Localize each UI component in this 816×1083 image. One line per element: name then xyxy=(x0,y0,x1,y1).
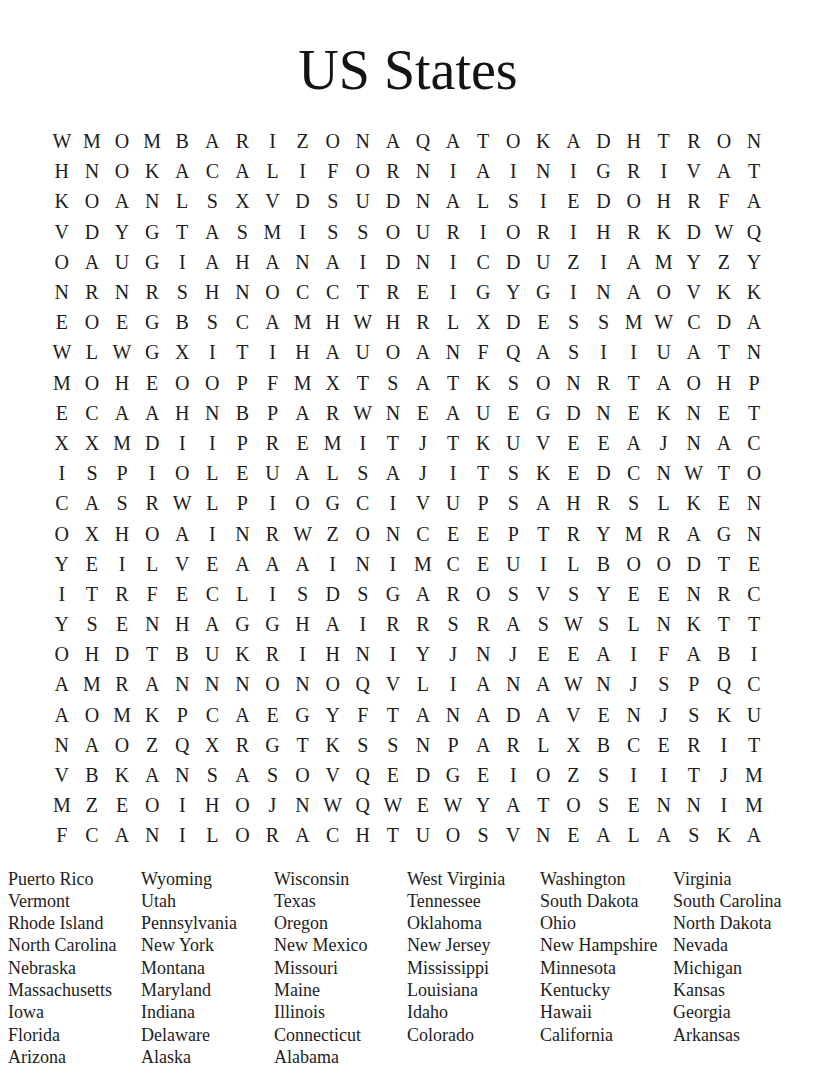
grid-cell[interactable]: A xyxy=(318,247,348,277)
grid-cell[interactable]: O xyxy=(649,277,679,307)
grid-cell[interactable]: M xyxy=(77,669,107,699)
grid-cell[interactable]: A xyxy=(47,669,77,699)
grid-cell[interactable]: N xyxy=(107,277,137,307)
grid-cell[interactable]: S xyxy=(77,458,107,488)
grid-cell[interactable]: R xyxy=(498,730,528,760)
grid-cell[interactable]: T xyxy=(739,730,769,760)
grid-cell[interactable]: D xyxy=(77,217,107,247)
grid-cell[interactable]: K xyxy=(709,700,739,730)
grid-cell[interactable]: L xyxy=(649,488,679,518)
grid-cell[interactable]: I xyxy=(558,156,588,186)
grid-cell[interactable]: I xyxy=(619,760,649,790)
grid-cell[interactable]: A xyxy=(528,488,558,518)
grid-cell[interactable]: D xyxy=(498,700,528,730)
grid-cell[interactable]: U xyxy=(408,820,438,850)
grid-cell[interactable]: T xyxy=(709,609,739,639)
grid-cell[interactable]: G xyxy=(378,579,408,609)
grid-cell[interactable]: A xyxy=(288,549,318,579)
grid-cell[interactable]: A xyxy=(107,398,137,428)
grid-cell[interactable]: N xyxy=(528,156,558,186)
grid-cell[interactable]: E xyxy=(378,760,408,790)
grid-cell[interactable]: L xyxy=(77,337,107,367)
grid-cell[interactable]: R xyxy=(438,217,468,247)
grid-cell[interactable]: M xyxy=(649,247,679,277)
grid-cell[interactable]: Y xyxy=(739,247,769,277)
grid-cell[interactable]: A xyxy=(679,337,709,367)
grid-cell[interactable]: E xyxy=(107,307,137,337)
grid-cell[interactable]: C xyxy=(438,549,468,579)
grid-cell[interactable]: C xyxy=(619,730,649,760)
grid-cell[interactable]: N xyxy=(679,790,709,820)
grid-cell[interactable]: I xyxy=(649,156,679,186)
grid-cell[interactable]: O xyxy=(47,247,77,277)
grid-cell[interactable]: R xyxy=(679,186,709,216)
grid-cell[interactable]: T xyxy=(468,126,498,156)
grid-cell[interactable]: N xyxy=(47,730,77,760)
grid-cell[interactable]: B xyxy=(167,307,197,337)
grid-cell[interactable]: G xyxy=(438,760,468,790)
grid-cell[interactable]: N xyxy=(679,398,709,428)
grid-cell[interactable]: M xyxy=(288,307,318,337)
grid-cell[interactable]: A xyxy=(137,669,167,699)
grid-cell[interactable]: S xyxy=(348,458,378,488)
grid-cell[interactable]: I xyxy=(47,458,77,488)
grid-cell[interactable]: A xyxy=(709,428,739,458)
grid-cell[interactable]: X xyxy=(77,428,107,458)
grid-cell[interactable]: A xyxy=(197,126,227,156)
grid-cell[interactable]: C xyxy=(408,518,438,548)
grid-cell[interactable]: B xyxy=(167,639,197,669)
grid-cell[interactable]: N xyxy=(739,488,769,518)
grid-cell[interactable]: A xyxy=(197,217,227,247)
grid-cell[interactable]: Y xyxy=(47,609,77,639)
grid-cell[interactable]: R xyxy=(438,579,468,609)
grid-cell[interactable]: Y xyxy=(408,639,438,669)
grid-cell[interactable]: O xyxy=(107,126,137,156)
grid-cell[interactable]: R xyxy=(378,156,408,186)
grid-cell[interactable]: I xyxy=(257,337,287,367)
grid-cell[interactable]: U xyxy=(739,700,769,730)
grid-cell[interactable]: M xyxy=(47,790,77,820)
grid-cell[interactable]: E xyxy=(227,458,257,488)
grid-cell[interactable]: P xyxy=(167,700,197,730)
grid-cell[interactable]: M xyxy=(47,368,77,398)
grid-cell[interactable]: H xyxy=(709,368,739,398)
grid-cell[interactable]: A xyxy=(739,307,769,337)
grid-cell[interactable]: H xyxy=(167,609,197,639)
grid-cell[interactable]: X xyxy=(47,428,77,458)
grid-cell[interactable]: M xyxy=(619,518,649,548)
grid-cell[interactable]: T xyxy=(709,458,739,488)
grid-cell[interactable]: R xyxy=(137,488,167,518)
grid-cell[interactable]: P xyxy=(227,488,257,518)
grid-cell[interactable]: P xyxy=(227,368,257,398)
grid-cell[interactable]: K xyxy=(709,277,739,307)
grid-cell[interactable]: S xyxy=(167,277,197,307)
grid-cell[interactable]: Q xyxy=(739,217,769,247)
grid-cell[interactable]: Y xyxy=(107,217,137,247)
grid-cell[interactable]: E xyxy=(468,760,498,790)
grid-cell[interactable]: W xyxy=(47,126,77,156)
grid-cell[interactable]: A xyxy=(438,186,468,216)
grid-cell[interactable]: D xyxy=(378,247,408,277)
grid-cell[interactable]: E xyxy=(107,609,137,639)
grid-cell[interactable]: N xyxy=(408,156,438,186)
grid-cell[interactable]: A xyxy=(498,790,528,820)
grid-cell[interactable]: E xyxy=(619,579,649,609)
grid-cell[interactable]: I xyxy=(558,277,588,307)
grid-cell[interactable]: I xyxy=(438,247,468,277)
grid-cell[interactable]: G xyxy=(528,277,558,307)
grid-cell[interactable]: A xyxy=(649,820,679,850)
grid-cell[interactable]: N xyxy=(588,398,618,428)
grid-cell[interactable]: A xyxy=(528,700,558,730)
grid-cell[interactable]: G xyxy=(257,609,287,639)
grid-cell[interactable]: R xyxy=(227,126,257,156)
grid-cell[interactable]: Z xyxy=(318,518,348,548)
grid-cell[interactable]: I xyxy=(528,549,558,579)
grid-cell[interactable]: E xyxy=(558,428,588,458)
grid-cell[interactable]: Z xyxy=(288,126,318,156)
grid-cell[interactable]: R xyxy=(227,730,257,760)
grid-cell[interactable]: D xyxy=(679,549,709,579)
grid-cell[interactable]: R xyxy=(137,277,167,307)
grid-cell[interactable]: J xyxy=(408,428,438,458)
grid-cell[interactable]: D xyxy=(137,428,167,458)
grid-cell[interactable]: T xyxy=(378,700,408,730)
grid-cell[interactable]: O xyxy=(288,760,318,790)
grid-cell[interactable]: O xyxy=(498,126,528,156)
grid-cell[interactable]: V xyxy=(528,579,558,609)
grid-cell[interactable]: I xyxy=(257,579,287,609)
grid-cell[interactable]: E xyxy=(528,639,558,669)
grid-cell[interactable]: O xyxy=(528,368,558,398)
grid-cell[interactable]: G xyxy=(528,398,558,428)
grid-cell[interactable]: J xyxy=(408,458,438,488)
grid-cell[interactable]: O xyxy=(137,790,167,820)
grid-cell[interactable]: Y xyxy=(679,247,709,277)
grid-cell[interactable]: T xyxy=(468,458,498,488)
grid-cell[interactable]: S xyxy=(348,579,378,609)
grid-cell[interactable]: S xyxy=(588,760,618,790)
grid-cell[interactable]: R xyxy=(107,669,137,699)
grid-cell[interactable]: S xyxy=(558,579,588,609)
grid-cell[interactable]: L xyxy=(137,549,167,579)
grid-cell[interactable]: N xyxy=(167,760,197,790)
grid-cell[interactable]: Y xyxy=(318,700,348,730)
grid-cell[interactable]: E xyxy=(167,579,197,609)
grid-cell[interactable]: U xyxy=(468,398,498,428)
grid-cell[interactable]: R xyxy=(468,609,498,639)
grid-cell[interactable]: Q xyxy=(348,790,378,820)
grid-cell[interactable]: O xyxy=(739,458,769,488)
grid-cell[interactable]: E xyxy=(588,428,618,458)
grid-cell[interactable]: N xyxy=(588,669,618,699)
grid-cell[interactable]: H xyxy=(197,277,227,307)
grid-cell[interactable]: L xyxy=(558,549,588,579)
grid-cell[interactable]: N xyxy=(348,639,378,669)
grid-cell[interactable]: O xyxy=(498,217,528,247)
grid-cell[interactable]: D xyxy=(679,217,709,247)
grid-cell[interactable]: Z xyxy=(77,790,107,820)
grid-cell[interactable]: A xyxy=(167,156,197,186)
grid-cell[interactable]: M xyxy=(107,700,137,730)
grid-cell[interactable]: K xyxy=(739,277,769,307)
grid-cell[interactable]: I xyxy=(107,549,137,579)
grid-cell[interactable]: S xyxy=(588,307,618,337)
grid-cell[interactable]: Z xyxy=(558,760,588,790)
grid-cell[interactable]: V xyxy=(257,186,287,216)
grid-cell[interactable]: C xyxy=(288,277,318,307)
grid-cell[interactable]: A xyxy=(197,609,227,639)
grid-cell[interactable]: A xyxy=(47,700,77,730)
grid-cell[interactable]: S xyxy=(288,579,318,609)
grid-cell[interactable]: I xyxy=(588,337,618,367)
grid-cell[interactable]: N xyxy=(378,518,408,548)
grid-cell[interactable]: I xyxy=(438,156,468,186)
grid-cell[interactable]: T xyxy=(528,518,558,548)
grid-cell[interactable]: S xyxy=(348,730,378,760)
grid-cell[interactable]: S xyxy=(107,488,137,518)
grid-cell[interactable]: D xyxy=(588,458,618,488)
grid-cell[interactable]: I xyxy=(739,639,769,669)
grid-cell[interactable]: A xyxy=(257,247,287,277)
grid-cell[interactable]: S xyxy=(619,488,649,518)
grid-cell[interactable]: R xyxy=(679,730,709,760)
grid-cell[interactable]: A xyxy=(288,398,318,428)
grid-cell[interactable]: A xyxy=(77,730,107,760)
grid-cell[interactable]: I xyxy=(288,639,318,669)
grid-cell[interactable]: T xyxy=(739,609,769,639)
grid-cell[interactable]: A xyxy=(107,820,137,850)
grid-cell[interactable]: L xyxy=(619,820,649,850)
grid-cell[interactable]: N xyxy=(739,126,769,156)
grid-cell[interactable]: A xyxy=(197,247,227,277)
grid-cell[interactable]: N xyxy=(288,669,318,699)
grid-cell[interactable]: S xyxy=(498,579,528,609)
grid-cell[interactable]: T xyxy=(619,368,649,398)
grid-cell[interactable]: I xyxy=(348,428,378,458)
grid-cell[interactable]: E xyxy=(649,730,679,760)
grid-cell[interactable]: E xyxy=(619,790,649,820)
grid-cell[interactable]: A xyxy=(709,156,739,186)
grid-cell[interactable]: N xyxy=(227,518,257,548)
grid-cell[interactable]: J xyxy=(709,760,739,790)
grid-cell[interactable]: E xyxy=(739,549,769,579)
grid-cell[interactable]: P xyxy=(107,458,137,488)
grid-cell[interactable]: S xyxy=(438,609,468,639)
grid-cell[interactable]: P xyxy=(739,368,769,398)
grid-cell[interactable]: N xyxy=(739,518,769,548)
grid-cell[interactable]: T xyxy=(739,156,769,186)
grid-cell[interactable]: K xyxy=(137,700,167,730)
grid-cell[interactable]: R xyxy=(558,518,588,548)
grid-cell[interactable]: K xyxy=(649,217,679,247)
grid-cell[interactable]: A xyxy=(528,669,558,699)
grid-cell[interactable]: O xyxy=(77,186,107,216)
grid-cell[interactable]: M xyxy=(107,428,137,458)
grid-cell[interactable]: U xyxy=(528,247,558,277)
grid-cell[interactable]: E xyxy=(649,579,679,609)
grid-cell[interactable]: L xyxy=(167,186,197,216)
grid-cell[interactable]: B xyxy=(709,639,739,669)
grid-cell[interactable]: F xyxy=(318,156,348,186)
grid-cell[interactable]: C xyxy=(739,669,769,699)
grid-cell[interactable]: A xyxy=(227,700,257,730)
grid-cell[interactable]: W xyxy=(438,790,468,820)
grid-cell[interactable]: K xyxy=(679,609,709,639)
grid-cell[interactable]: U xyxy=(649,337,679,367)
grid-cell[interactable]: T xyxy=(709,549,739,579)
grid-cell[interactable]: C xyxy=(318,277,348,307)
grid-cell[interactable]: P xyxy=(227,428,257,458)
grid-cell[interactable]: S xyxy=(318,186,348,216)
grid-cell[interactable]: E xyxy=(558,639,588,669)
grid-cell[interactable]: C xyxy=(619,458,649,488)
grid-cell[interactable]: R xyxy=(378,277,408,307)
grid-cell[interactable]: X xyxy=(167,337,197,367)
grid-cell[interactable]: C xyxy=(197,579,227,609)
grid-cell[interactable]: S xyxy=(227,217,257,247)
grid-cell[interactable]: C xyxy=(77,820,107,850)
grid-cell[interactable]: O xyxy=(227,820,257,850)
grid-cell[interactable]: A xyxy=(619,428,649,458)
grid-cell[interactable]: A xyxy=(137,760,167,790)
grid-cell[interactable]: B xyxy=(227,398,257,428)
grid-cell[interactable]: O xyxy=(77,368,107,398)
grid-cell[interactable]: A xyxy=(528,337,558,367)
grid-cell[interactable]: O xyxy=(438,820,468,850)
grid-cell[interactable]: A xyxy=(408,579,438,609)
grid-cell[interactable]: O xyxy=(107,156,137,186)
grid-cell[interactable]: J xyxy=(498,639,528,669)
grid-cell[interactable]: E xyxy=(468,549,498,579)
grid-cell[interactable]: L xyxy=(619,609,649,639)
grid-cell[interactable]: A xyxy=(318,609,348,639)
grid-cell[interactable]: H xyxy=(77,639,107,669)
grid-cell[interactable]: T xyxy=(137,639,167,669)
grid-cell[interactable]: N xyxy=(649,790,679,820)
grid-cell[interactable]: E xyxy=(408,790,438,820)
grid-cell[interactable]: G xyxy=(137,217,167,247)
grid-cell[interactable]: W xyxy=(348,307,378,337)
grid-cell[interactable]: X xyxy=(468,307,498,337)
grid-cell[interactable]: U xyxy=(498,428,528,458)
grid-cell[interactable]: G xyxy=(137,247,167,277)
grid-cell[interactable]: I xyxy=(167,428,197,458)
grid-cell[interactable]: A xyxy=(468,700,498,730)
grid-cell[interactable]: I xyxy=(649,760,679,790)
grid-cell[interactable]: A xyxy=(378,458,408,488)
grid-cell[interactable]: L xyxy=(197,488,227,518)
grid-cell[interactable]: H xyxy=(288,337,318,367)
grid-cell[interactable]: K xyxy=(709,820,739,850)
grid-cell[interactable]: A xyxy=(558,126,588,156)
grid-cell[interactable]: K xyxy=(679,488,709,518)
grid-cell[interactable]: G xyxy=(137,307,167,337)
grid-cell[interactable]: O xyxy=(468,579,498,609)
grid-cell[interactable]: I xyxy=(378,639,408,669)
grid-cell[interactable]: S xyxy=(679,820,709,850)
grid-cell[interactable]: L xyxy=(257,156,287,186)
grid-cell[interactable]: K xyxy=(468,368,498,398)
grid-cell[interactable]: C xyxy=(197,156,227,186)
grid-cell[interactable]: H xyxy=(197,790,227,820)
grid-cell[interactable]: A xyxy=(107,186,137,216)
grid-cell[interactable]: T xyxy=(739,398,769,428)
grid-cell[interactable]: O xyxy=(679,368,709,398)
grid-cell[interactable]: X xyxy=(558,730,588,760)
grid-cell[interactable]: N xyxy=(408,247,438,277)
grid-cell[interactable]: W xyxy=(679,458,709,488)
grid-cell[interactable]: H xyxy=(227,247,257,277)
grid-cell[interactable]: M xyxy=(77,126,107,156)
grid-cell[interactable]: M xyxy=(137,126,167,156)
grid-cell[interactable]: H xyxy=(107,518,137,548)
grid-cell[interactable]: E xyxy=(257,700,287,730)
grid-cell[interactable]: A xyxy=(408,337,438,367)
grid-cell[interactable]: S xyxy=(468,820,498,850)
grid-cell[interactable]: A xyxy=(378,126,408,156)
grid-cell[interactable]: C xyxy=(468,247,498,277)
grid-cell[interactable]: N xyxy=(649,609,679,639)
grid-cell[interactable]: E xyxy=(498,398,528,428)
grid-cell[interactable]: C xyxy=(227,307,257,337)
grid-cell[interactable]: I xyxy=(619,337,649,367)
grid-cell[interactable]: G xyxy=(318,488,348,518)
grid-cell[interactable]: S xyxy=(649,669,679,699)
grid-cell[interactable]: D xyxy=(318,579,348,609)
grid-cell[interactable]: R xyxy=(709,579,739,609)
grid-cell[interactable]: G xyxy=(588,156,618,186)
grid-cell[interactable]: N xyxy=(167,669,197,699)
grid-cell[interactable]: R xyxy=(619,217,649,247)
grid-cell[interactable]: A xyxy=(498,609,528,639)
grid-cell[interactable]: I xyxy=(167,790,197,820)
grid-cell[interactable]: W xyxy=(558,669,588,699)
grid-cell[interactable]: N xyxy=(137,609,167,639)
grid-cell[interactable]: Q xyxy=(408,126,438,156)
grid-cell[interactable]: I xyxy=(167,820,197,850)
grid-cell[interactable]: N xyxy=(558,368,588,398)
grid-cell[interactable]: I xyxy=(498,760,528,790)
grid-cell[interactable]: A xyxy=(649,368,679,398)
grid-cell[interactable]: N xyxy=(679,428,709,458)
grid-cell[interactable]: S xyxy=(197,760,227,790)
grid-cell[interactable]: I xyxy=(47,579,77,609)
grid-cell[interactable]: A xyxy=(288,458,318,488)
grid-cell[interactable]: E xyxy=(408,398,438,428)
grid-cell[interactable]: C xyxy=(318,820,348,850)
grid-cell[interactable]: A xyxy=(227,156,257,186)
grid-cell[interactable]: L xyxy=(438,307,468,337)
grid-cell[interactable]: N xyxy=(348,549,378,579)
grid-cell[interactable]: K xyxy=(528,126,558,156)
grid-cell[interactable]: C xyxy=(679,307,709,337)
grid-cell[interactable]: C xyxy=(739,428,769,458)
grid-cell[interactable]: S xyxy=(197,307,227,337)
grid-cell[interactable]: R xyxy=(408,307,438,337)
grid-cell[interactable]: E xyxy=(438,518,468,548)
grid-cell[interactable]: Y xyxy=(498,277,528,307)
grid-cell[interactable]: L xyxy=(318,458,348,488)
grid-cell[interactable]: K xyxy=(318,730,348,760)
grid-cell[interactable]: E xyxy=(197,549,227,579)
grid-cell[interactable]: O xyxy=(649,549,679,579)
grid-cell[interactable]: G xyxy=(288,700,318,730)
grid-cell[interactable]: A xyxy=(739,820,769,850)
grid-cell[interactable]: O xyxy=(318,669,348,699)
